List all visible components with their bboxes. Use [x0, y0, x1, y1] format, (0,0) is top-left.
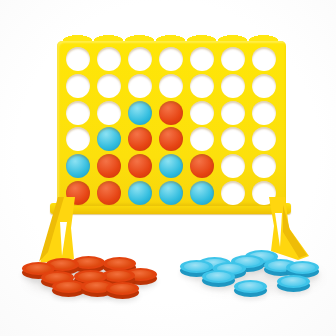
- blue-disc[interactable]: [286, 261, 319, 274]
- connect-four-scene: [0, 0, 336, 336]
- blue-disc[interactable]: [202, 270, 235, 283]
- red-disc[interactable]: [106, 282, 139, 295]
- red-disc[interactable]: [52, 280, 85, 293]
- red-disc[interactable]: [103, 257, 136, 270]
- blue-disc[interactable]: [277, 275, 310, 288]
- disc-piles: [0, 0, 336, 336]
- blue-disc[interactable]: [234, 280, 267, 293]
